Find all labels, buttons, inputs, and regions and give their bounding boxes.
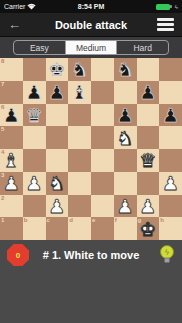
square-e8[interactable] — [91, 58, 114, 81]
piece-white-pawn[interactable]: ♟ — [162, 172, 179, 194]
hamburger-menu-icon[interactable] — [157, 18, 174, 31]
square-g1[interactable]: g♚ — [137, 217, 160, 240]
piece-black-queen[interactable]: ♛ — [26, 104, 43, 126]
difficulty-tabbar: Easy Medium Hard — [0, 37, 182, 58]
square-h6[interactable]: ♟ — [159, 104, 182, 127]
square-e1[interactable]: e — [91, 217, 114, 240]
square-f5[interactable]: ♞ — [114, 126, 137, 149]
back-arrow-icon[interactable]: ← — [8, 18, 21, 31]
charging-bolt-icon: ϟ — [175, 4, 178, 10]
coordinate-label: h — [160, 217, 164, 224]
coordinate-label: 7 — [1, 81, 4, 88]
square-e5[interactable] — [91, 126, 114, 149]
hint-lightbulb-icon[interactable] — [159, 243, 175, 267]
piece-white-pawn[interactable]: ♟ — [139, 195, 156, 217]
square-d7[interactable]: ♝ — [68, 81, 91, 104]
piece-black-pawn[interactable]: ♟ — [26, 81, 43, 103]
square-f1[interactable]: f — [114, 217, 137, 240]
square-a5[interactable]: 5 — [0, 126, 23, 149]
square-a6[interactable]: 6♟ — [0, 104, 23, 127]
square-g4[interactable]: ♛ — [137, 149, 160, 172]
piece-black-pawn[interactable]: ♟ — [139, 81, 156, 103]
bottom-bar: 0 # 1. White to move — [0, 240, 182, 323]
piece-black-pawn[interactable]: ♟ — [48, 81, 65, 103]
square-h2[interactable] — [159, 195, 182, 218]
square-b2[interactable] — [23, 195, 46, 218]
square-a8[interactable]: 8 — [0, 58, 23, 81]
square-e7[interactable] — [91, 81, 114, 104]
square-c5[interactable] — [46, 126, 69, 149]
square-f4[interactable] — [114, 149, 137, 172]
coordinate-label: 8 — [1, 58, 4, 65]
battery-icon — [156, 4, 170, 10]
square-c3[interactable]: ♞ — [46, 172, 69, 195]
piece-white-queen[interactable]: ♛ — [139, 149, 156, 171]
square-g7[interactable]: ♟ — [137, 81, 160, 104]
square-f6[interactable]: ♟ — [114, 104, 137, 127]
tab-hard[interactable]: Hard — [117, 41, 168, 54]
coordinate-label: e — [92, 217, 95, 224]
square-d1[interactable]: d — [68, 217, 91, 240]
square-f3[interactable] — [114, 172, 137, 195]
square-g8[interactable] — [137, 58, 160, 81]
square-g3[interactable] — [137, 172, 160, 195]
square-d5[interactable] — [68, 126, 91, 149]
square-b7[interactable]: ♟ — [23, 81, 46, 104]
piece-white-bishop[interactable]: ♝ — [3, 149, 20, 171]
square-d6[interactable] — [68, 104, 91, 127]
square-h8[interactable] — [159, 58, 182, 81]
square-h4[interactable] — [159, 149, 182, 172]
square-b6[interactable]: ♛ — [23, 104, 46, 127]
square-d2[interactable] — [68, 195, 91, 218]
coordinate-label: d — [69, 217, 73, 224]
piece-white-pawn[interactable]: ♟ — [117, 195, 134, 217]
coordinate-label: 1 — [1, 217, 4, 224]
square-f8[interactable]: ♞ — [114, 58, 137, 81]
coordinate-label: 2 — [1, 195, 4, 202]
square-b1[interactable]: b — [23, 217, 46, 240]
piece-black-pawn[interactable]: ♟ — [162, 104, 179, 126]
piece-black-bishop[interactable]: ♝ — [71, 81, 88, 103]
nav-header: ← Double attack — [0, 13, 182, 37]
square-g5[interactable] — [137, 126, 160, 149]
square-b4[interactable] — [23, 149, 46, 172]
piece-white-knight[interactable]: ♞ — [48, 172, 65, 194]
square-e6[interactable] — [91, 104, 114, 127]
square-h5[interactable] — [159, 126, 182, 149]
square-h3[interactable]: ♟ — [159, 172, 182, 195]
stop-button[interactable]: 0 — [7, 244, 29, 266]
chess-board: 8♚♞♞7♟♟♝♟6♟♛♟♟5♞4♝♛3♟♟♞♟2♟♟♟1bcdefg♚h — [0, 58, 182, 240]
square-a7[interactable]: 7 — [0, 81, 23, 104]
square-c6[interactable] — [46, 104, 69, 127]
difficulty-segmented-control: Easy Medium Hard — [13, 40, 169, 55]
piece-white-pawn[interactable]: ♟ — [48, 195, 65, 217]
square-a4[interactable]: 4♝ — [0, 149, 23, 172]
coordinate-label: c — [47, 217, 50, 224]
piece-black-king[interactable]: ♚ — [48, 58, 65, 80]
coordinate-label: f — [115, 217, 117, 224]
square-d4[interactable] — [68, 149, 91, 172]
square-f2[interactable]: ♟ — [114, 195, 137, 218]
coordinate-label: b — [24, 217, 28, 224]
coordinate-label: 5 — [1, 126, 4, 133]
error-count-badge: 0 — [16, 251, 20, 260]
square-b5[interactable] — [23, 126, 46, 149]
tab-easy[interactable]: Easy — [14, 41, 66, 54]
square-e4[interactable] — [91, 149, 114, 172]
status-bar: Carrier 8:54 PM ϟ — [0, 0, 182, 13]
piece-black-pawn[interactable]: ♟ — [3, 104, 20, 126]
piece-black-pawn[interactable]: ♟ — [117, 104, 134, 126]
tab-medium[interactable]: Medium — [66, 41, 118, 54]
square-c2[interactable]: ♟ — [46, 195, 69, 218]
carrier-label: Carrier — [4, 3, 25, 10]
square-b3[interactable]: ♟ — [23, 172, 46, 195]
square-h7[interactable] — [159, 81, 182, 104]
piece-white-pawn[interactable]: ♟ — [3, 172, 20, 194]
square-e2[interactable] — [91, 195, 114, 218]
square-a3[interactable]: 3♟ — [0, 172, 23, 195]
square-f7[interactable] — [114, 81, 137, 104]
page-title: Double attack — [0, 19, 182, 31]
wifi-icon — [27, 3, 36, 10]
square-c1[interactable]: c — [46, 217, 69, 240]
square-b8[interactable] — [23, 58, 46, 81]
square-a2[interactable]: 2 — [0, 195, 23, 218]
piece-white-knight[interactable]: ♞ — [117, 127, 134, 149]
piece-white-pawn[interactable]: ♟ — [26, 172, 43, 194]
piece-white-king[interactable]: ♚ — [139, 218, 156, 240]
square-h1[interactable]: h — [159, 217, 182, 240]
app-screen: Carrier 8:54 PM ϟ ← Double attack Easy M… — [0, 0, 182, 323]
square-c4[interactable] — [46, 149, 69, 172]
square-c7[interactable]: ♟ — [46, 81, 69, 104]
square-g6[interactable] — [137, 104, 160, 127]
piece-black-knight[interactable]: ♞ — [117, 58, 134, 80]
square-g2[interactable]: ♟ — [137, 195, 160, 218]
piece-black-knight[interactable]: ♞ — [71, 58, 88, 80]
square-d3[interactable] — [68, 172, 91, 195]
square-e3[interactable] — [91, 172, 114, 195]
square-d8[interactable]: ♞ — [68, 58, 91, 81]
square-a1[interactable]: 1 — [0, 217, 23, 240]
square-c8[interactable]: ♚ — [46, 58, 69, 81]
